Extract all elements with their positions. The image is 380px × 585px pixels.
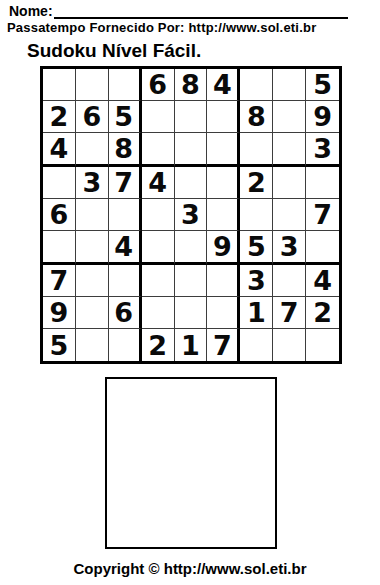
puzzle-cell-r7c4[interactable] xyxy=(142,265,175,297)
puzzle-cell-r5c1[interactable]: 6 xyxy=(43,199,76,231)
puzzle-cell-r5c6[interactable] xyxy=(207,199,240,231)
given-digit: 3 xyxy=(313,133,332,164)
puzzle-cell-r7c9[interactable]: 4 xyxy=(306,265,339,297)
given-digit: 1 xyxy=(247,297,266,328)
given-digit: 7 xyxy=(213,330,232,361)
given-digit: 9 xyxy=(50,297,69,328)
given-digit: 8 xyxy=(181,69,200,100)
given-digit: 4 xyxy=(114,231,133,262)
given-digit: 3 xyxy=(247,265,266,296)
given-digit: 6 xyxy=(114,297,133,328)
puzzle-cell-r7c3[interactable] xyxy=(109,265,142,297)
puzzle-cell-r4c6[interactable] xyxy=(207,167,240,199)
puzzle-title: Sudoku Nível Fácil. xyxy=(27,40,201,62)
puzzle-cell-r2c9[interactable]: 9 xyxy=(306,101,339,133)
puzzle-cell-r2c3[interactable]: 5 xyxy=(109,101,142,133)
name-label: Nome: xyxy=(9,3,53,19)
puzzle-cell-r8c8[interactable]: 7 xyxy=(273,297,306,329)
puzzle-cell-r3c2[interactable] xyxy=(76,133,109,167)
given-digit: 7 xyxy=(313,199,332,230)
puzzle-cell-r1c4[interactable]: 6 xyxy=(142,69,175,101)
puzzle-cell-r6c4[interactable] xyxy=(142,231,175,265)
given-digit: 1 xyxy=(181,330,200,361)
puzzle-cell-r9c4[interactable]: 2 xyxy=(142,329,175,361)
puzzle-cell-r6c5[interactable] xyxy=(175,231,208,265)
puzzle-cell-r6c6[interactable]: 9 xyxy=(207,231,240,265)
puzzle-cell-r1c6[interactable]: 4 xyxy=(207,69,240,101)
puzzle-cell-r9c3[interactable] xyxy=(109,329,142,361)
puzzle-cell-r1c9[interactable]: 5 xyxy=(306,69,339,101)
given-digit: 2 xyxy=(247,167,266,198)
puzzle-cell-r1c2[interactable] xyxy=(76,69,109,101)
given-digit: 7 xyxy=(50,265,69,296)
puzzle-cell-r8c3[interactable]: 6 xyxy=(109,297,142,329)
solution-board-rotated xyxy=(105,377,277,549)
name-row: Nome: xyxy=(9,3,348,19)
puzzle-cell-r4c7[interactable]: 2 xyxy=(240,167,273,199)
puzzle-cell-r9c2[interactable] xyxy=(76,329,109,361)
puzzle-cell-r7c2[interactable] xyxy=(76,265,109,297)
given-digit: 6 xyxy=(82,101,101,132)
puzzle-cell-r2c2[interactable]: 6 xyxy=(76,101,109,133)
given-digit: 3 xyxy=(280,231,299,262)
given-digit: 2 xyxy=(148,330,167,361)
given-digit: 4 xyxy=(148,167,167,198)
given-digit: 7 xyxy=(280,297,299,328)
puzzle-cell-r1c1[interactable] xyxy=(43,69,76,101)
puzzle-cell-r9c5[interactable]: 1 xyxy=(175,329,208,361)
puzzle-cell-r6c1[interactable] xyxy=(43,231,76,265)
puzzle-cell-r5c2[interactable] xyxy=(76,199,109,231)
puzzle-cell-r6c9[interactable] xyxy=(306,231,339,265)
puzzle-cell-r3c4[interactable] xyxy=(142,133,175,167)
given-digit: 2 xyxy=(313,297,332,328)
puzzle-cell-r5c5[interactable]: 3 xyxy=(175,199,208,231)
puzzle-cell-r4c4[interactable]: 4 xyxy=(142,167,175,199)
puzzle-cell-r7c1[interactable]: 7 xyxy=(43,265,76,297)
given-digit: 7 xyxy=(114,167,133,198)
given-digit: 3 xyxy=(181,199,200,230)
puzzle-cell-r8c7[interactable]: 1 xyxy=(240,297,273,329)
puzzle-cell-r9c7[interactable] xyxy=(240,329,273,361)
puzzle-cell-r4c3[interactable]: 7 xyxy=(109,167,142,199)
puzzle-cell-r1c7[interactable] xyxy=(240,69,273,101)
puzzle-cell-r4c8[interactable] xyxy=(273,167,306,199)
name-blank-line xyxy=(54,4,348,19)
given-digit: 9 xyxy=(313,101,332,132)
puzzle-cell-r2c5[interactable] xyxy=(175,101,208,133)
puzzle-cell-r2c4[interactable] xyxy=(142,101,175,133)
puzzle-cell-r8c2[interactable] xyxy=(76,297,109,329)
given-digit: 6 xyxy=(148,69,167,100)
puzzle-cell-r9c9[interactable] xyxy=(306,329,339,361)
puzzle-cell-r4c2[interactable]: 3 xyxy=(76,167,109,199)
puzzle-cell-r4c9[interactable] xyxy=(306,167,339,199)
puzzle-cell-r3c3[interactable]: 8 xyxy=(109,133,142,167)
puzzle-cell-r4c1[interactable] xyxy=(43,167,76,199)
puzzle-cell-r5c4[interactable] xyxy=(142,199,175,231)
puzzle-cell-r1c8[interactable] xyxy=(273,69,306,101)
puzzle-cell-r6c8[interactable]: 3 xyxy=(273,231,306,265)
puzzle-cell-r7c5[interactable] xyxy=(175,265,208,297)
given-digit: 2 xyxy=(50,101,69,132)
puzzle-cell-r9c6[interactable]: 7 xyxy=(207,329,240,361)
puzzle-cell-r8c5[interactable] xyxy=(175,297,208,329)
puzzle-cell-r7c7[interactable]: 3 xyxy=(240,265,273,297)
puzzle-cell-r6c7[interactable]: 5 xyxy=(240,231,273,265)
given-digit: 8 xyxy=(247,101,266,132)
given-digit: 4 xyxy=(313,265,332,296)
puzzle-cell-r9c8[interactable] xyxy=(273,329,306,361)
provided-by-text: Passatempo Fornecido Por: http://www.sol… xyxy=(7,20,316,35)
puzzle-cell-r2c1[interactable]: 2 xyxy=(43,101,76,133)
puzzle-cell-r8c4[interactable] xyxy=(142,297,175,329)
puzzle-cell-r1c5[interactable]: 8 xyxy=(175,69,208,101)
given-digit: 3 xyxy=(82,167,101,198)
puzzle-cell-r4c5[interactable] xyxy=(175,167,208,199)
worksheet-page: Nome: Passatempo Fornecido Por: http://w… xyxy=(0,0,380,585)
given-digit: 5 xyxy=(247,231,266,262)
puzzle-cell-r1c3[interactable] xyxy=(109,69,142,101)
puzzle-cell-r8c1[interactable]: 9 xyxy=(43,297,76,329)
puzzle-cell-r9c1[interactable]: 5 xyxy=(43,329,76,361)
given-digit: 8 xyxy=(114,133,133,164)
given-digit: 4 xyxy=(213,69,232,100)
puzzle-cell-r6c2[interactable] xyxy=(76,231,109,265)
puzzle-cell-r7c6[interactable] xyxy=(207,265,240,297)
puzzle-cell-r3c1[interactable]: 4 xyxy=(43,133,76,167)
puzzle-cell-r5c7[interactable] xyxy=(240,199,273,231)
sudoku-board: 68452658948337426374953734961725217 xyxy=(40,66,342,364)
given-digit: 5 xyxy=(313,69,332,100)
puzzle-cell-r6c3[interactable]: 4 xyxy=(109,231,142,265)
puzzle-cell-r8c6[interactable] xyxy=(207,297,240,329)
puzzle-cell-r2c6[interactable] xyxy=(207,101,240,133)
puzzle-cell-r3c9[interactable]: 3 xyxy=(306,133,339,167)
puzzle-cell-r8c9[interactable]: 2 xyxy=(306,297,339,329)
puzzle-cell-r3c6[interactable] xyxy=(207,133,240,167)
given-digit: 4 xyxy=(50,133,69,164)
puzzle-cell-r7c8[interactable] xyxy=(273,265,306,297)
puzzle-cell-r3c8[interactable] xyxy=(273,133,306,167)
given-digit: 9 xyxy=(213,231,232,262)
puzzle-cell-r5c3[interactable] xyxy=(109,199,142,231)
given-digit: 6 xyxy=(50,199,69,230)
given-digit: 5 xyxy=(50,330,69,361)
puzzle-cell-r5c9[interactable]: 7 xyxy=(306,199,339,231)
copyright-text: Copyright © http://www.sol.eti.br xyxy=(0,560,380,577)
puzzle-cell-r2c7[interactable]: 8 xyxy=(240,101,273,133)
puzzle-cell-r2c8[interactable] xyxy=(273,101,306,133)
puzzle-cell-r5c8[interactable] xyxy=(273,199,306,231)
puzzle-cell-r3c5[interactable] xyxy=(175,133,208,167)
puzzle-cell-r3c7[interactable] xyxy=(240,133,273,167)
given-digit: 5 xyxy=(114,101,133,132)
